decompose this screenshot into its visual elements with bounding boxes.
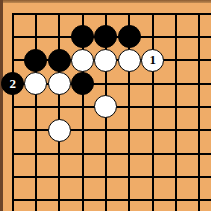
board-intersection[interactable]: [24, 189, 47, 211]
black-stone: [48, 49, 71, 72]
board-intersection[interactable]: [1, 165, 24, 188]
board-intersection[interactable]: [24, 95, 47, 118]
board-intersection[interactable]: [141, 72, 164, 95]
board-intersection[interactable]: [141, 189, 164, 211]
board-intersection[interactable]: [164, 142, 187, 165]
black-stone: [71, 25, 94, 48]
board-intersection[interactable]: [141, 165, 164, 188]
board-intersection[interactable]: [164, 119, 187, 142]
board-intersection[interactable]: [118, 72, 141, 95]
board-intersection[interactable]: [118, 189, 141, 211]
board-intersection[interactable]: [141, 95, 164, 118]
board-intersection[interactable]: [24, 142, 47, 165]
board-intersection[interactable]: [118, 119, 141, 142]
board-intersection[interactable]: [118, 2, 141, 25]
board-intersection[interactable]: [48, 189, 71, 211]
board-intersection[interactable]: [48, 2, 71, 25]
board-intersection[interactable]: [164, 72, 187, 95]
board-intersection[interactable]: [188, 95, 211, 118]
board-intersection[interactable]: [1, 189, 24, 211]
board-intersection[interactable]: [94, 189, 117, 211]
white-stone: [48, 72, 71, 95]
board-intersection[interactable]: [71, 142, 94, 165]
board-intersection[interactable]: [188, 25, 211, 48]
board-intersection[interactable]: [118, 142, 141, 165]
board-intersection[interactable]: [71, 165, 94, 188]
board-intersection[interactable]: [24, 72, 47, 95]
black-stone: 2: [1, 72, 24, 95]
board-intersection[interactable]: [24, 49, 47, 72]
board-intersection[interactable]: [1, 119, 24, 142]
board-intersection[interactable]: [188, 2, 211, 25]
board-intersection[interactable]: [188, 72, 211, 95]
board-intersection[interactable]: [1, 142, 24, 165]
go-board: 12: [1, 2, 211, 211]
board-intersection[interactable]: [94, 95, 117, 118]
board-intersection[interactable]: [24, 119, 47, 142]
board-intersection[interactable]: [94, 25, 117, 48]
board-intersection[interactable]: [1, 2, 24, 25]
white-stone: [71, 49, 94, 72]
white-stone: [118, 49, 141, 72]
board-intersection[interactable]: [118, 165, 141, 188]
board-intersection[interactable]: [164, 25, 187, 48]
board-intersection[interactable]: [164, 2, 187, 25]
black-stone: [71, 72, 94, 95]
board-intersection[interactable]: [164, 49, 187, 72]
board-intersection[interactable]: [94, 2, 117, 25]
board-intersection[interactable]: [24, 2, 47, 25]
board-intersection[interactable]: [1, 25, 24, 48]
board-intersection[interactable]: [188, 165, 211, 188]
black-stone: [118, 25, 141, 48]
board-intersection[interactable]: [164, 189, 187, 211]
move-number-label: 1: [149, 53, 156, 66]
white-stone: [24, 72, 47, 95]
black-stone: [24, 49, 47, 72]
board-intersection[interactable]: [71, 189, 94, 211]
board-intersection[interactable]: 1: [141, 49, 164, 72]
board-intersection[interactable]: [71, 25, 94, 48]
board-intersection[interactable]: [164, 95, 187, 118]
board-intersection[interactable]: [1, 95, 24, 118]
board-intersection[interactable]: [188, 119, 211, 142]
board-intersection[interactable]: [24, 25, 47, 48]
board-intersection[interactable]: [188, 142, 211, 165]
board-intersection[interactable]: [71, 72, 94, 95]
board-intersection[interactable]: [164, 165, 187, 188]
board-intersection[interactable]: [94, 119, 117, 142]
board-intersection[interactable]: [94, 142, 117, 165]
move-number-label: 2: [9, 77, 16, 90]
white-stone: 1: [141, 49, 164, 72]
board-intersection[interactable]: [118, 49, 141, 72]
white-stone: [48, 119, 71, 142]
board-intersection[interactable]: [48, 95, 71, 118]
board-intersection[interactable]: [94, 72, 117, 95]
board-intersection[interactable]: [188, 49, 211, 72]
board-intersection[interactable]: [48, 165, 71, 188]
board-intersection[interactable]: [141, 142, 164, 165]
black-stone: [94, 25, 117, 48]
board-intersection[interactable]: [48, 49, 71, 72]
board-intersection[interactable]: [141, 2, 164, 25]
board-intersection[interactable]: [71, 119, 94, 142]
board-intersection[interactable]: [141, 119, 164, 142]
board-intersection[interactable]: [71, 2, 94, 25]
white-stone: [94, 95, 117, 118]
board-intersection[interactable]: [71, 49, 94, 72]
board-intersection[interactable]: [48, 25, 71, 48]
board-intersection[interactable]: [141, 25, 164, 48]
board-intersection[interactable]: [48, 119, 71, 142]
go-diagram: 12: [0, 0, 211, 211]
board-intersection[interactable]: [71, 95, 94, 118]
board-intersection[interactable]: [188, 189, 211, 211]
white-stone: [94, 49, 117, 72]
board-intersection[interactable]: 2: [1, 72, 24, 95]
board-intersection[interactable]: [1, 49, 24, 72]
board-intersection[interactable]: [48, 142, 71, 165]
board-intersection[interactable]: [48, 72, 71, 95]
board-intersection[interactable]: [118, 25, 141, 48]
board-intersection[interactable]: [94, 165, 117, 188]
board-intersection[interactable]: [118, 95, 141, 118]
board-intersection[interactable]: [94, 49, 117, 72]
board-intersection[interactable]: [24, 165, 47, 188]
